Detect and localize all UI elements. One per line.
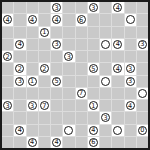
clue-circle: 4 [15, 126, 24, 135]
cell-r3c6[interactable] [76, 39, 87, 50]
clue-circle: 3 [52, 40, 61, 49]
cell-r1c2: 4 [27, 14, 38, 25]
clue-circle: 1 [89, 101, 98, 110]
clue-circle: 3 [52, 3, 61, 12]
cell-r2c0[interactable] [2, 27, 13, 38]
cell-r11c0[interactable] [2, 137, 13, 148]
clue-circle: 4 [28, 138, 37, 147]
cell-r2c10[interactable] [125, 27, 136, 38]
cell-r5c8[interactable] [100, 63, 111, 74]
cell-r2c6[interactable] [76, 27, 87, 38]
cell-r4c7[interactable] [88, 51, 99, 62]
cell-r9c10[interactable] [125, 112, 136, 123]
clue-circle: 2 [15, 64, 24, 73]
cell-r10c9 [112, 125, 123, 136]
cell-r9c11[interactable] [137, 112, 148, 123]
empty-clue-circle [138, 89, 147, 98]
clue-circle: 6 [77, 15, 86, 24]
cell-r1c10 [125, 14, 136, 25]
cell-r8c8[interactable] [100, 100, 111, 111]
empty-clue-circle [113, 126, 122, 135]
cell-r10c1: 4 [14, 125, 25, 136]
cell-r10c0[interactable] [2, 125, 13, 136]
clue-circle: 3 [126, 77, 135, 86]
cell-r4c2[interactable] [27, 51, 38, 62]
cell-r7c8[interactable] [100, 88, 111, 99]
cell-r5c11[interactable] [137, 63, 148, 74]
cell-r4c8[interactable] [100, 51, 111, 62]
cell-r4c9[interactable] [112, 51, 123, 62]
cell-r1c11[interactable] [137, 14, 148, 25]
cell-r8c4[interactable] [51, 100, 62, 111]
cell-r5c5[interactable] [63, 63, 74, 74]
cell-r2c5[interactable] [63, 27, 74, 38]
cell-r7c9[interactable] [112, 88, 123, 99]
cell-r7c4[interactable] [51, 88, 62, 99]
cell-r7c7[interactable] [88, 88, 99, 99]
cell-r11c9[interactable] [112, 137, 123, 148]
cell-r9c7[interactable] [88, 112, 99, 123]
cell-r2c2[interactable] [27, 27, 38, 38]
cell-r8c11[interactable] [137, 100, 148, 111]
cell-r8c6[interactable] [76, 100, 87, 111]
clue-circle: 4 [89, 126, 98, 135]
cell-r0c1[interactable] [14, 2, 25, 13]
cell-r3c3[interactable] [39, 39, 50, 50]
cell-r4c0: 2 [2, 51, 13, 62]
cell-r3c0[interactable] [2, 39, 13, 50]
cell-r8c5[interactable] [63, 100, 74, 111]
clue-circle: 3 [126, 64, 135, 73]
cell-r4c4[interactable] [51, 51, 62, 62]
cell-r2c11[interactable] [137, 27, 148, 38]
clue-circle: 3 [138, 40, 147, 49]
puzzle-grid: 334444614343232254331537337143440446 [2, 2, 148, 148]
clue-circle: 1 [40, 28, 49, 37]
cell-r5c9: 4 [112, 63, 123, 74]
cell-r10c4[interactable] [51, 125, 62, 136]
cell-r6c4: 5 [51, 76, 62, 87]
cell-r10c7: 4 [88, 125, 99, 136]
clue-circle: 3 [28, 101, 37, 110]
clue-circle: 3 [64, 52, 73, 61]
cell-r5c1: 2 [14, 63, 25, 74]
cell-r10c2[interactable] [27, 125, 38, 136]
cell-r11c3[interactable] [39, 137, 50, 148]
cell-r5c10: 3 [125, 63, 136, 74]
cell-r0c7: 3 [88, 2, 99, 13]
cell-r7c10[interactable] [125, 88, 136, 99]
cell-r5c3: 2 [39, 63, 50, 74]
cell-r5c0[interactable] [2, 63, 13, 74]
cell-r7c11 [137, 88, 148, 99]
cell-r8c2: 3 [27, 100, 38, 111]
clue-circle: 4 [15, 40, 24, 49]
cell-r11c1[interactable] [14, 137, 25, 148]
cell-r1c7[interactable] [88, 14, 99, 25]
clue-circle: 4 [52, 138, 61, 147]
cell-r6c7[interactable] [88, 76, 99, 87]
clue-circle: 3 [15, 77, 24, 86]
cell-r9c5[interactable] [63, 112, 74, 123]
cell-r6c9[interactable] [112, 76, 123, 87]
cell-r4c5: 3 [63, 51, 74, 62]
cell-r11c8[interactable] [100, 137, 111, 148]
cell-r1c5[interactable] [63, 14, 74, 25]
cell-r2c1[interactable] [14, 27, 25, 38]
cell-r7c0[interactable] [2, 88, 13, 99]
cell-r0c5[interactable] [63, 2, 74, 13]
cell-r10c10[interactable] [125, 125, 136, 136]
clue-circle: 4 [113, 40, 122, 49]
cell-r2c7[interactable] [88, 27, 99, 38]
empty-clue-circle [101, 77, 110, 86]
cell-r9c2[interactable] [27, 112, 38, 123]
cell-r10c6[interactable] [76, 125, 87, 136]
clue-circle: 2 [40, 64, 49, 73]
cell-r5c2[interactable] [27, 63, 38, 74]
clue-circle: 0 [138, 126, 147, 135]
cell-r10c11: 0 [137, 125, 148, 136]
cell-r7c6: 7 [76, 88, 87, 99]
cell-r1c6: 6 [76, 14, 87, 25]
cell-r1c9[interactable] [112, 14, 123, 25]
cell-r10c8[interactable] [100, 125, 111, 136]
cell-r0c9: 4 [112, 2, 123, 13]
cell-r8c3: 7 [39, 100, 50, 111]
clue-circle: 2 [3, 52, 12, 61]
cell-r0c11[interactable] [137, 2, 148, 13]
empty-clue-circle [101, 40, 110, 49]
cell-r9c4[interactable] [51, 112, 62, 123]
cell-r8c10: 4 [125, 100, 136, 111]
cell-r6c10: 3 [125, 76, 136, 87]
cell-r11c11[interactable] [137, 137, 148, 148]
cell-r5c7: 5 [88, 63, 99, 74]
cell-r6c6[interactable] [76, 76, 87, 87]
cell-r9c1[interactable] [14, 112, 25, 123]
cell-r11c5[interactable] [63, 137, 74, 148]
clue-circle: 5 [89, 64, 98, 73]
cell-r9c0[interactable] [2, 112, 13, 123]
puzzle-board: 334444614343232254331537337143440446 [0, 0, 150, 150]
cell-r6c11[interactable] [137, 76, 148, 87]
cell-r7c1[interactable] [14, 88, 25, 99]
cell-r6c1: 3 [14, 76, 25, 87]
clue-circle: 1 [28, 77, 37, 86]
cell-r2c3: 1 [39, 27, 50, 38]
cell-r4c11[interactable] [137, 51, 148, 62]
cell-r0c3[interactable] [39, 2, 50, 13]
cell-r5c6[interactable] [76, 63, 87, 74]
clue-circle: 6 [89, 138, 98, 147]
cell-r7c5[interactable] [63, 88, 74, 99]
clue-circle: 3 [3, 101, 12, 110]
cell-r9c9[interactable] [112, 112, 123, 123]
clue-circle: 4 [126, 101, 135, 110]
cell-r4c1[interactable] [14, 51, 25, 62]
clue-circle: 4 [3, 15, 12, 24]
cell-r1c0: 4 [2, 14, 13, 25]
cell-r0c10[interactable] [125, 2, 136, 13]
cell-r1c1[interactable] [14, 14, 25, 25]
clue-circle: 3 [89, 3, 98, 12]
cell-r11c10[interactable] [125, 137, 136, 148]
cell-r8c1[interactable] [14, 100, 25, 111]
cell-r0c4: 3 [51, 2, 62, 13]
clue-circle: 4 [52, 15, 61, 24]
cell-r0c8[interactable] [100, 2, 111, 13]
cell-r9c6[interactable] [76, 112, 87, 123]
clue-circle: 4 [28, 15, 37, 24]
cell-r7c3[interactable] [39, 88, 50, 99]
clue-circle: 5 [52, 77, 61, 86]
cell-r1c3[interactable] [39, 14, 50, 25]
cell-r10c5 [63, 125, 74, 136]
cell-r11c6[interactable] [76, 137, 87, 148]
cell-r3c8 [100, 39, 111, 50]
cell-r11c7: 6 [88, 137, 99, 148]
cell-r1c8[interactable] [100, 14, 111, 25]
cell-r3c10[interactable] [125, 39, 136, 50]
empty-clue-circle [64, 126, 73, 135]
cell-r10c3[interactable] [39, 125, 50, 136]
cell-r2c4[interactable] [51, 27, 62, 38]
clue-circle: 7 [77, 89, 86, 98]
cell-r6c3[interactable] [39, 76, 50, 87]
cell-r8c7: 1 [88, 100, 99, 111]
cell-r6c0[interactable] [2, 76, 13, 87]
clue-circle: 4 [113, 3, 122, 12]
cell-r11c4: 4 [51, 137, 62, 148]
cell-r11c2: 4 [27, 137, 38, 148]
clue-circle: 3 [101, 113, 110, 122]
cell-r4c10[interactable] [125, 51, 136, 62]
cell-r3c11: 3 [137, 39, 148, 50]
cell-r3c1: 4 [14, 39, 25, 50]
cell-r1c4: 4 [51, 14, 62, 25]
cell-r7c2[interactable] [27, 88, 38, 99]
cell-r9c8: 3 [100, 112, 111, 123]
cell-r0c2[interactable] [27, 2, 38, 13]
cell-r6c5[interactable] [63, 76, 74, 87]
cell-r3c5[interactable] [63, 39, 74, 50]
cell-r6c8 [100, 76, 111, 87]
cell-r0c0[interactable] [2, 2, 13, 13]
clue-circle: 4 [113, 64, 122, 73]
cell-r2c8[interactable] [100, 27, 111, 38]
cell-r9c3[interactable] [39, 112, 50, 123]
clue-circle: 7 [40, 101, 49, 110]
cell-r3c2[interactable] [27, 39, 38, 50]
cell-r8c9[interactable] [112, 100, 123, 111]
cell-r4c3[interactable] [39, 51, 50, 62]
cell-r0c6[interactable] [76, 2, 87, 13]
cell-r3c7[interactable] [88, 39, 99, 50]
cell-r5c4[interactable] [51, 63, 62, 74]
cell-r2c9[interactable] [112, 27, 123, 38]
cell-r8c0: 3 [2, 100, 13, 111]
cell-r6c2: 1 [27, 76, 38, 87]
cell-r4c6[interactable] [76, 51, 87, 62]
cell-r3c9: 4 [112, 39, 123, 50]
empty-clue-circle [126, 15, 135, 24]
cell-r3c4: 3 [51, 39, 62, 50]
